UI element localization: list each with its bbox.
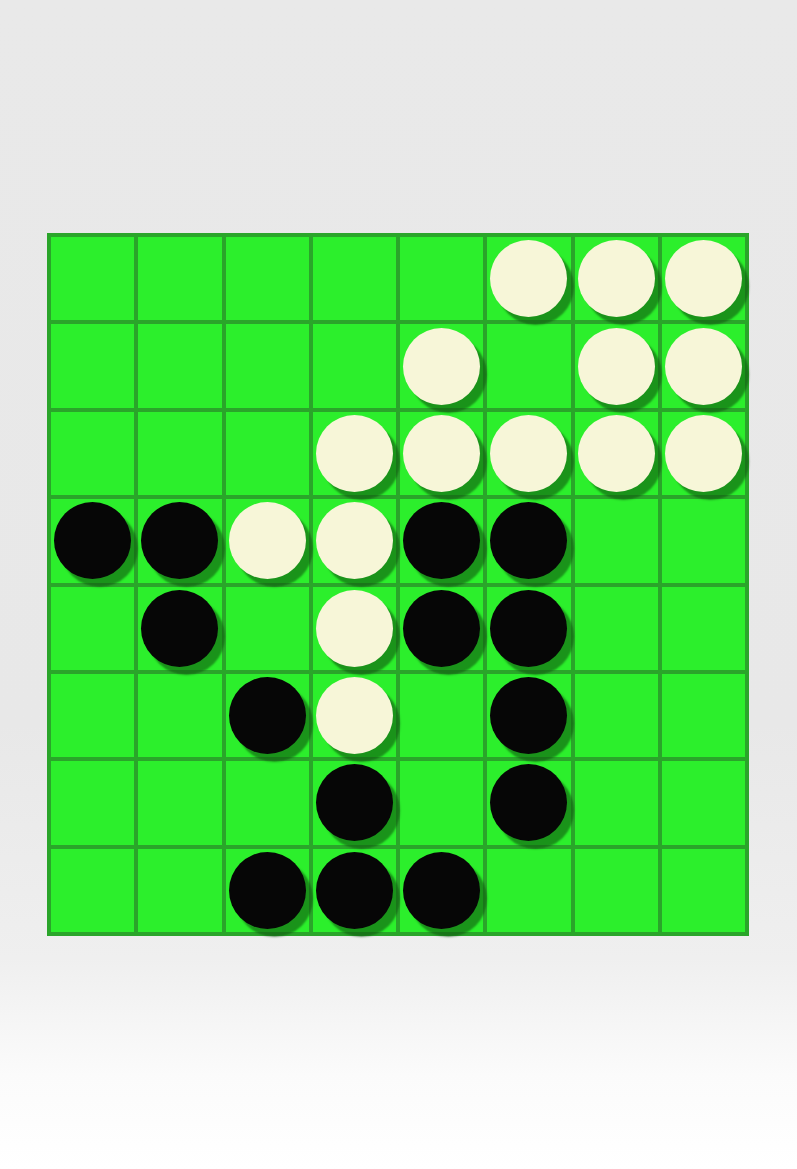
board-cell[interactable] bbox=[51, 587, 134, 670]
board-cell[interactable]: ● bbox=[400, 499, 483, 582]
white-disc-glyph: ○ bbox=[316, 415, 393, 492]
white-disc-glyph: ○ bbox=[490, 415, 567, 492]
board-cell[interactable] bbox=[400, 237, 483, 320]
white-disc-glyph: ○ bbox=[316, 677, 393, 754]
board-cell[interactable] bbox=[575, 499, 658, 582]
white-disc-glyph: ○ bbox=[316, 590, 393, 667]
black-disc: ● bbox=[316, 764, 393, 841]
board-cell[interactable] bbox=[662, 587, 745, 670]
black-disc-glyph: ● bbox=[490, 590, 567, 667]
white-disc: ○ bbox=[665, 240, 742, 317]
white-disc: ○ bbox=[578, 240, 655, 317]
board-cell[interactable]: ● bbox=[400, 849, 483, 932]
white-disc-glyph: ○ bbox=[316, 502, 393, 579]
black-disc-glyph: ● bbox=[490, 677, 567, 754]
black-disc-glyph: ● bbox=[403, 852, 480, 929]
black-disc-glyph: ● bbox=[490, 502, 567, 579]
white-disc: ○ bbox=[403, 328, 480, 405]
black-disc: ● bbox=[490, 502, 567, 579]
board-cell[interactable] bbox=[226, 237, 309, 320]
board-cell[interactable] bbox=[51, 674, 134, 757]
board-cell[interactable] bbox=[662, 849, 745, 932]
board-cell[interactable]: ○ bbox=[575, 412, 658, 495]
board-cell[interactable]: ○ bbox=[487, 412, 570, 495]
black-disc-glyph: ● bbox=[141, 590, 218, 667]
board-cell[interactable]: ○ bbox=[313, 674, 396, 757]
white-disc-glyph: ○ bbox=[578, 240, 655, 317]
black-disc-glyph: ● bbox=[54, 502, 131, 579]
board-cell[interactable]: ● bbox=[400, 587, 483, 670]
white-disc: ○ bbox=[490, 415, 567, 492]
white-disc: ○ bbox=[316, 502, 393, 579]
board-cell[interactable] bbox=[400, 674, 483, 757]
board-cell[interactable] bbox=[575, 674, 658, 757]
board-cell[interactable] bbox=[51, 237, 134, 320]
board-cell[interactable] bbox=[575, 587, 658, 670]
board-cell[interactable] bbox=[138, 761, 221, 844]
board-cell[interactable] bbox=[138, 412, 221, 495]
white-disc: ○ bbox=[665, 328, 742, 405]
board-cell[interactable] bbox=[138, 849, 221, 932]
board-cell[interactable] bbox=[226, 412, 309, 495]
board-cell[interactable] bbox=[487, 849, 570, 932]
board-cell[interactable]: ○ bbox=[313, 587, 396, 670]
board-cell[interactable]: ● bbox=[226, 674, 309, 757]
board-cell[interactable] bbox=[313, 324, 396, 407]
board-cell[interactable]: ● bbox=[487, 587, 570, 670]
white-disc: ○ bbox=[316, 590, 393, 667]
white-disc-glyph: ○ bbox=[578, 415, 655, 492]
white-disc: ○ bbox=[490, 240, 567, 317]
board-cell[interactable] bbox=[51, 412, 134, 495]
black-disc: ● bbox=[141, 590, 218, 667]
board-cell[interactable] bbox=[138, 324, 221, 407]
board-cell[interactable] bbox=[662, 761, 745, 844]
white-disc-glyph: ○ bbox=[665, 328, 742, 405]
board-cell[interactable]: ○ bbox=[662, 412, 745, 495]
black-disc-glyph: ● bbox=[403, 502, 480, 579]
othello-board: ○○○○○○○○○○○●●○○●●●○●●●○●●●●●● bbox=[47, 233, 749, 936]
black-disc: ● bbox=[54, 502, 131, 579]
black-disc-glyph: ● bbox=[141, 502, 218, 579]
black-disc-glyph: ● bbox=[403, 590, 480, 667]
white-disc: ○ bbox=[665, 415, 742, 492]
black-disc: ● bbox=[229, 852, 306, 929]
board-cell[interactable]: ● bbox=[487, 499, 570, 582]
board-cell[interactable] bbox=[51, 761, 134, 844]
board-cell[interactable] bbox=[51, 324, 134, 407]
board-cell[interactable] bbox=[400, 761, 483, 844]
board-cell[interactable] bbox=[226, 761, 309, 844]
black-disc: ● bbox=[490, 677, 567, 754]
black-disc-glyph: ● bbox=[229, 677, 306, 754]
black-disc: ● bbox=[316, 852, 393, 929]
board-cell[interactable]: ● bbox=[51, 499, 134, 582]
board-cell[interactable] bbox=[138, 674, 221, 757]
board-cell[interactable]: ○ bbox=[487, 237, 570, 320]
black-disc: ● bbox=[403, 502, 480, 579]
white-disc: ○ bbox=[578, 415, 655, 492]
board-cell[interactable] bbox=[51, 849, 134, 932]
board-cell[interactable]: ○ bbox=[662, 237, 745, 320]
black-disc-glyph: ● bbox=[490, 764, 567, 841]
white-disc: ○ bbox=[316, 677, 393, 754]
white-disc-glyph: ○ bbox=[665, 415, 742, 492]
white-disc: ○ bbox=[578, 328, 655, 405]
board-cell[interactable]: ● bbox=[226, 849, 309, 932]
board-cell[interactable]: ● bbox=[138, 499, 221, 582]
board-cell[interactable] bbox=[575, 849, 658, 932]
black-disc-glyph: ● bbox=[316, 764, 393, 841]
board-cell[interactable] bbox=[138, 237, 221, 320]
black-disc: ● bbox=[490, 764, 567, 841]
board-cell[interactable]: ● bbox=[138, 587, 221, 670]
board-cell[interactable] bbox=[487, 324, 570, 407]
board-cell[interactable]: ● bbox=[313, 849, 396, 932]
board-cell[interactable]: ○ bbox=[662, 324, 745, 407]
white-disc: ○ bbox=[229, 502, 306, 579]
black-disc: ● bbox=[490, 590, 567, 667]
white-disc: ○ bbox=[403, 415, 480, 492]
white-disc-glyph: ○ bbox=[578, 328, 655, 405]
white-disc: ○ bbox=[316, 415, 393, 492]
white-disc-glyph: ○ bbox=[403, 328, 480, 405]
board-cell[interactable] bbox=[575, 761, 658, 844]
black-disc: ● bbox=[229, 677, 306, 754]
board-cell[interactable] bbox=[313, 237, 396, 320]
board-cell[interactable]: ● bbox=[487, 674, 570, 757]
app-background: ○○○○○○○○○○○●●○○●●●○●●●○●●●●●● bbox=[0, 0, 797, 1169]
white-disc-glyph: ○ bbox=[229, 502, 306, 579]
board-cell[interactable] bbox=[662, 499, 745, 582]
white-disc-glyph: ○ bbox=[403, 415, 480, 492]
board-cell[interactable]: ○ bbox=[575, 237, 658, 320]
board-cell[interactable] bbox=[226, 324, 309, 407]
black-disc-glyph: ● bbox=[316, 852, 393, 929]
board-cell[interactable]: ○ bbox=[226, 499, 309, 582]
black-disc: ● bbox=[403, 590, 480, 667]
black-disc: ● bbox=[403, 852, 480, 929]
black-disc: ● bbox=[141, 502, 218, 579]
board-cell[interactable]: ○ bbox=[575, 324, 658, 407]
white-disc-glyph: ○ bbox=[665, 240, 742, 317]
board-cell[interactable] bbox=[662, 674, 745, 757]
board-cell[interactable]: ● bbox=[487, 761, 570, 844]
board-cell[interactable] bbox=[226, 587, 309, 670]
board-cell[interactable]: ○ bbox=[400, 324, 483, 407]
white-disc-glyph: ○ bbox=[490, 240, 567, 317]
board-cell[interactable]: ● bbox=[313, 761, 396, 844]
board-cell[interactable]: ○ bbox=[313, 499, 396, 582]
board-cell[interactable]: ○ bbox=[400, 412, 483, 495]
board-cell[interactable]: ○ bbox=[313, 412, 396, 495]
black-disc-glyph: ● bbox=[229, 852, 306, 929]
